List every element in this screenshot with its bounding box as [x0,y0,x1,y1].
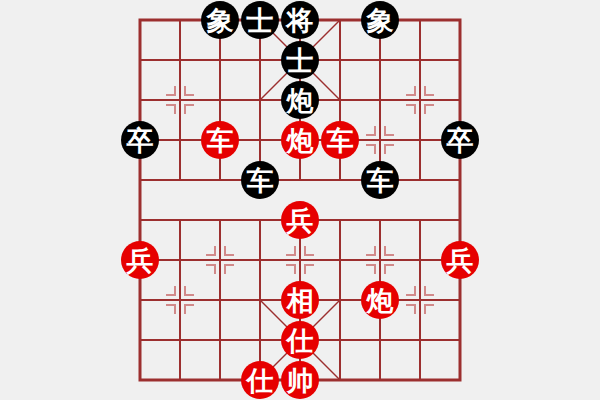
piece-red-pawn-1[interactable]: 兵 [281,201,319,239]
piece-black-elephant-2[interactable]: 象 [361,1,399,39]
piece-black-general[interactable]: 将 [281,1,319,39]
piece-red-pawn-2[interactable]: 兵 [121,241,159,279]
piece-black-pawn-2[interactable]: 卒 [441,121,479,159]
piece-red-chariot-1[interactable]: 车 [201,121,239,159]
piece-black-elephant-1[interactable]: 象 [201,1,239,39]
piece-red-elephant-1[interactable]: 相 [281,281,319,319]
piece-red-chariot-2[interactable]: 车 [321,121,359,159]
piece-red-advisor-2[interactable]: 仕 [241,361,279,399]
piece-red-general[interactable]: 帅 [281,361,319,399]
piece-red-advisor-1[interactable]: 仕 [281,321,319,359]
piece-red-cannon-1[interactable]: 炮 [281,121,319,159]
piece-black-chariot-2[interactable]: 车 [361,161,399,199]
piece-black-chariot-1[interactable]: 车 [241,161,279,199]
piece-black-pawn-1[interactable]: 卒 [121,121,159,159]
piece-black-advisor-1[interactable]: 士 [241,1,279,39]
piece-red-pawn-3[interactable]: 兵 [441,241,479,279]
piece-black-cannon-1[interactable]: 炮 [281,81,319,119]
xiangqi-board[interactable]: 象士将象士炮卒车炮车卒车车兵兵兵相炮仕仕帅 [120,0,480,400]
piece-red-cannon-2[interactable]: 炮 [361,281,399,319]
xiangqi-app: 象士将象士炮卒车炮车卒车车兵兵兵相炮仕仕帅 [0,0,600,400]
piece-black-advisor-2[interactable]: 士 [281,41,319,79]
